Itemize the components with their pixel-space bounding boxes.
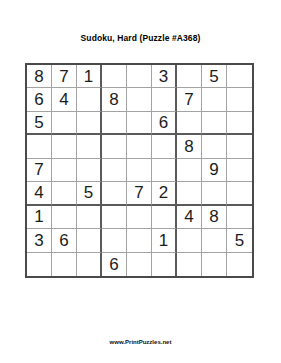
cell-r8c7 — [177, 229, 202, 252]
cell-r3c2 — [52, 112, 77, 135]
cell-r1c7 — [177, 65, 202, 88]
footer-url: www.PrintPuzzles.net — [0, 339, 281, 345]
cell-r8c4 — [102, 229, 127, 252]
cell-r6c8 — [202, 182, 227, 205]
cell-r5c6 — [152, 159, 177, 182]
cell-r6c2 — [52, 182, 77, 205]
cell-r3c8 — [202, 112, 227, 135]
cell-r6c3: 5 — [77, 182, 102, 205]
cell-r5c1: 7 — [27, 159, 52, 182]
cell-r5c8: 9 — [202, 159, 227, 182]
cell-r8c2: 6 — [52, 229, 77, 252]
cell-r5c2 — [52, 159, 77, 182]
cell-r7c3 — [77, 206, 102, 229]
cell-r6c4 — [102, 182, 127, 205]
cell-r1c6: 3 — [152, 65, 177, 88]
cell-r6c9 — [227, 182, 252, 205]
cell-r8c6: 1 — [152, 229, 177, 252]
cell-r1c9 — [227, 65, 252, 88]
cell-r9c8 — [202, 253, 227, 276]
cell-r8c1: 3 — [27, 229, 52, 252]
puzzle-page: Sudoku, Hard (Puzzle #A368) 871356487568… — [0, 0, 281, 363]
cell-r8c3 — [77, 229, 102, 252]
cell-r4c2 — [52, 135, 77, 158]
cell-r2c4: 8 — [102, 88, 127, 111]
cell-r4c6 — [152, 135, 177, 158]
cell-r2c3 — [77, 88, 102, 111]
cell-r5c4 — [102, 159, 127, 182]
cell-r1c8: 5 — [202, 65, 227, 88]
cell-r9c3 — [77, 253, 102, 276]
cell-r6c1: 4 — [27, 182, 52, 205]
cell-r4c4 — [102, 135, 127, 158]
cell-r5c7 — [177, 159, 202, 182]
cell-r8c5 — [127, 229, 152, 252]
cell-r4c7: 8 — [177, 135, 202, 158]
cell-r1c5 — [127, 65, 152, 88]
cell-r4c9 — [227, 135, 252, 158]
cell-r8c8 — [202, 229, 227, 252]
cell-r3c7 — [177, 112, 202, 135]
cell-r5c3 — [77, 159, 102, 182]
cell-r5c9 — [227, 159, 252, 182]
cell-r8c9: 5 — [227, 229, 252, 252]
cell-r4c3 — [77, 135, 102, 158]
cell-r4c5 — [127, 135, 152, 158]
cell-r2c5 — [127, 88, 152, 111]
cell-r7c9 — [227, 206, 252, 229]
cell-r9c2 — [52, 253, 77, 276]
cell-r7c2 — [52, 206, 77, 229]
cell-r4c8 — [202, 135, 227, 158]
cell-r2c1: 6 — [27, 88, 52, 111]
cell-r9c4: 6 — [102, 253, 127, 276]
cell-r7c1: 1 — [27, 206, 52, 229]
cell-r1c2: 7 — [52, 65, 77, 88]
cell-r5c5 — [127, 159, 152, 182]
cell-r9c1 — [27, 253, 52, 276]
cell-r6c6: 2 — [152, 182, 177, 205]
cell-r2c9 — [227, 88, 252, 111]
cell-r1c4 — [102, 65, 127, 88]
cell-r3c9 — [227, 112, 252, 135]
cell-r3c4 — [102, 112, 127, 135]
cell-r3c1: 5 — [27, 112, 52, 135]
cell-r7c5 — [127, 206, 152, 229]
cell-r7c8: 8 — [202, 206, 227, 229]
cell-r9c7 — [177, 253, 202, 276]
cell-r2c8 — [202, 88, 227, 111]
cell-r2c2: 4 — [52, 88, 77, 111]
cell-r7c4 — [102, 206, 127, 229]
cell-r9c5 — [127, 253, 152, 276]
cell-r1c3: 1 — [77, 65, 102, 88]
cell-r3c5 — [127, 112, 152, 135]
cell-r3c6: 6 — [152, 112, 177, 135]
sudoku-board: 87135648756879457214836156 — [25, 63, 254, 278]
cell-r2c6 — [152, 88, 177, 111]
cell-r7c7: 4 — [177, 206, 202, 229]
cell-r6c5: 7 — [127, 182, 152, 205]
cell-r4c1 — [27, 135, 52, 158]
cell-r9c6 — [152, 253, 177, 276]
puzzle-title: Sudoku, Hard (Puzzle #A368) — [0, 33, 281, 43]
cell-r2c7: 7 — [177, 88, 202, 111]
cell-r1c1: 8 — [27, 65, 52, 88]
cell-r7c6 — [152, 206, 177, 229]
cell-r3c3 — [77, 112, 102, 135]
cell-r9c9 — [227, 253, 252, 276]
cell-r6c7 — [177, 182, 202, 205]
